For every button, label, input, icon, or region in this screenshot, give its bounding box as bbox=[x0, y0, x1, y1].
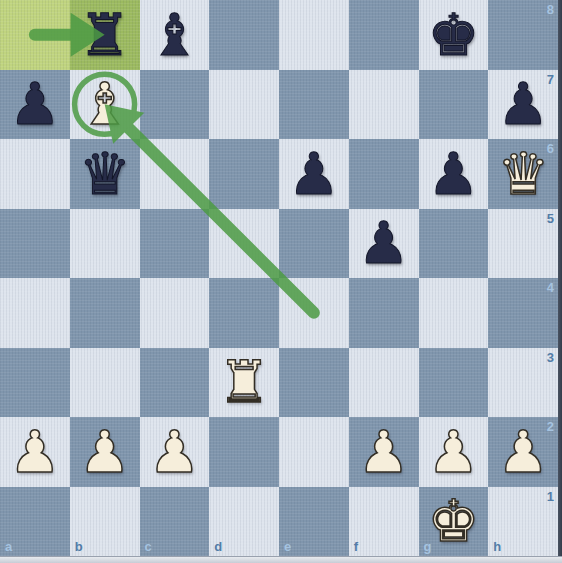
square-h2[interactable]: 2♟ bbox=[488, 417, 558, 487]
black-pawn-piece[interactable]: ♟ bbox=[488, 70, 558, 140]
square-d8[interactable] bbox=[209, 0, 279, 70]
white-bishop-piece[interactable]: ♝ bbox=[70, 70, 140, 140]
square-h1[interactable]: 1h bbox=[488, 487, 558, 557]
square-d3[interactable]: ♜ bbox=[209, 348, 279, 418]
square-b2[interactable]: ♟ bbox=[70, 417, 140, 487]
square-b8[interactable]: ♜ bbox=[70, 0, 140, 70]
square-a3[interactable] bbox=[0, 348, 70, 418]
square-e4[interactable] bbox=[279, 278, 349, 348]
square-b4[interactable] bbox=[70, 278, 140, 348]
black-pawn-piece[interactable]: ♟ bbox=[349, 209, 419, 279]
square-f3[interactable] bbox=[349, 348, 419, 418]
board-container: ♜♝♚8♟♝7♟♛♟♟6♛♟54♜3♟♟♟♟♟2♟abcdefg♚1h bbox=[0, 0, 558, 556]
square-f1[interactable]: f bbox=[349, 487, 419, 557]
rank-label-1: 1 bbox=[547, 489, 554, 504]
file-label-h: h bbox=[493, 539, 501, 554]
white-queen-piece[interactable]: ♛ bbox=[488, 139, 558, 209]
black-rook-piece[interactable]: ♜ bbox=[70, 0, 140, 70]
white-pawn-piece[interactable]: ♟ bbox=[140, 417, 210, 487]
square-d2[interactable] bbox=[209, 417, 279, 487]
rank-label-8: 8 bbox=[547, 2, 554, 17]
square-c5[interactable] bbox=[140, 209, 210, 279]
square-h5[interactable]: 5 bbox=[488, 209, 558, 279]
square-a8[interactable] bbox=[0, 0, 70, 70]
chess-board-screenshot: ♜♝♚8♟♝7♟♛♟♟6♛♟54♜3♟♟♟♟♟2♟abcdefg♚1h bbox=[0, 0, 562, 563]
white-pawn-piece[interactable]: ♟ bbox=[349, 417, 419, 487]
square-f8[interactable] bbox=[349, 0, 419, 70]
board-bottom-edge bbox=[0, 556, 562, 563]
white-pawn-piece[interactable]: ♟ bbox=[419, 417, 489, 487]
square-b5[interactable] bbox=[70, 209, 140, 279]
square-b7[interactable]: ♝ bbox=[70, 70, 140, 140]
square-c1[interactable]: c bbox=[140, 487, 210, 557]
square-a6[interactable] bbox=[0, 139, 70, 209]
square-d6[interactable] bbox=[209, 139, 279, 209]
square-h6[interactable]: 6♛ bbox=[488, 139, 558, 209]
black-queen-piece[interactable]: ♛ bbox=[70, 139, 140, 209]
file-label-a: a bbox=[5, 539, 12, 554]
square-a5[interactable] bbox=[0, 209, 70, 279]
square-e3[interactable] bbox=[279, 348, 349, 418]
chess-board: ♜♝♚8♟♝7♟♛♟♟6♛♟54♜3♟♟♟♟♟2♟abcdefg♚1h bbox=[0, 0, 558, 556]
square-e5[interactable] bbox=[279, 209, 349, 279]
square-e1[interactable]: e bbox=[279, 487, 349, 557]
square-g5[interactable] bbox=[419, 209, 489, 279]
rank-label-5: 5 bbox=[547, 211, 554, 226]
square-d7[interactable] bbox=[209, 70, 279, 140]
square-a2[interactable]: ♟ bbox=[0, 417, 70, 487]
square-h3[interactable]: 3 bbox=[488, 348, 558, 418]
square-c8[interactable]: ♝ bbox=[140, 0, 210, 70]
square-d4[interactable] bbox=[209, 278, 279, 348]
square-h4[interactable]: 4 bbox=[488, 278, 558, 348]
file-label-d: d bbox=[214, 539, 222, 554]
square-b1[interactable]: b bbox=[70, 487, 140, 557]
square-c2[interactable]: ♟ bbox=[140, 417, 210, 487]
black-king-piece[interactable]: ♚ bbox=[419, 0, 489, 70]
rank-label-3: 3 bbox=[547, 350, 554, 365]
white-rook-piece[interactable]: ♜ bbox=[209, 348, 279, 418]
square-g8[interactable]: ♚ bbox=[419, 0, 489, 70]
square-b3[interactable] bbox=[70, 348, 140, 418]
square-c4[interactable] bbox=[140, 278, 210, 348]
square-g2[interactable]: ♟ bbox=[419, 417, 489, 487]
board-right-edge bbox=[558, 0, 562, 556]
square-h7[interactable]: 7♟ bbox=[488, 70, 558, 140]
file-label-f: f bbox=[354, 539, 358, 554]
file-label-e: e bbox=[284, 539, 291, 554]
square-g4[interactable] bbox=[419, 278, 489, 348]
square-e7[interactable] bbox=[279, 70, 349, 140]
black-pawn-piece[interactable]: ♟ bbox=[0, 70, 70, 140]
square-c6[interactable] bbox=[140, 139, 210, 209]
square-e2[interactable] bbox=[279, 417, 349, 487]
black-pawn-piece[interactable]: ♟ bbox=[419, 139, 489, 209]
square-a4[interactable] bbox=[0, 278, 70, 348]
square-f2[interactable]: ♟ bbox=[349, 417, 419, 487]
square-f6[interactable] bbox=[349, 139, 419, 209]
file-label-c: c bbox=[145, 539, 152, 554]
white-pawn-piece[interactable]: ♟ bbox=[488, 417, 558, 487]
rank-label-4: 4 bbox=[547, 280, 554, 295]
black-pawn-piece[interactable]: ♟ bbox=[279, 139, 349, 209]
black-bishop-piece[interactable]: ♝ bbox=[140, 0, 210, 70]
square-f7[interactable] bbox=[349, 70, 419, 140]
square-d5[interactable] bbox=[209, 209, 279, 279]
square-b6[interactable]: ♛ bbox=[70, 139, 140, 209]
white-pawn-piece[interactable]: ♟ bbox=[70, 417, 140, 487]
square-e6[interactable]: ♟ bbox=[279, 139, 349, 209]
square-e8[interactable] bbox=[279, 0, 349, 70]
white-king-piece[interactable]: ♚ bbox=[419, 487, 489, 557]
file-label-b: b bbox=[75, 539, 83, 554]
square-g3[interactable] bbox=[419, 348, 489, 418]
square-f4[interactable] bbox=[349, 278, 419, 348]
square-f5[interactable]: ♟ bbox=[349, 209, 419, 279]
square-a7[interactable]: ♟ bbox=[0, 70, 70, 140]
square-d1[interactable]: d bbox=[209, 487, 279, 557]
square-c3[interactable] bbox=[140, 348, 210, 418]
square-h8[interactable]: 8 bbox=[488, 0, 558, 70]
square-g1[interactable]: g♚ bbox=[419, 487, 489, 557]
square-c7[interactable] bbox=[140, 70, 210, 140]
square-g6[interactable]: ♟ bbox=[419, 139, 489, 209]
square-g7[interactable] bbox=[419, 70, 489, 140]
square-a1[interactable]: a bbox=[0, 487, 70, 557]
white-pawn-piece[interactable]: ♟ bbox=[0, 417, 70, 487]
